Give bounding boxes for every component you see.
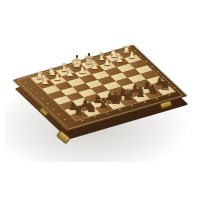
- piece-black-rook[interactable]: ♜: [156, 80, 174, 92]
- piece-white-pawn[interactable]: ♟: [123, 51, 141, 60]
- product-photo-scene: ♜♞♝♚♛♝♞♜♟♟♟♟♟♟♟♟♟♟♟♟♟♟♟♟♜♞♝♚♛♝♞♜: [0, 0, 200, 200]
- brass-pin: [150, 66, 153, 68]
- brass-pin: [35, 93, 38, 95]
- brass-pin: [24, 82, 27, 84]
- brass-pin: [155, 98, 158, 100]
- brass-pin: [106, 112, 109, 114]
- brass-pin: [46, 103, 49, 105]
- brass-pin: [130, 105, 133, 107]
- brass-pin: [52, 108, 55, 110]
- brass-pin: [29, 87, 32, 89]
- brass-pin: [81, 119, 84, 121]
- brass-pin: [57, 114, 60, 116]
- brass-pin: [118, 109, 121, 111]
- brass-pin: [63, 119, 66, 121]
- brass-pin: [41, 98, 44, 100]
- brass-pin: [93, 116, 96, 118]
- brass-pin: [143, 101, 146, 103]
- brass-pin: [168, 94, 171, 96]
